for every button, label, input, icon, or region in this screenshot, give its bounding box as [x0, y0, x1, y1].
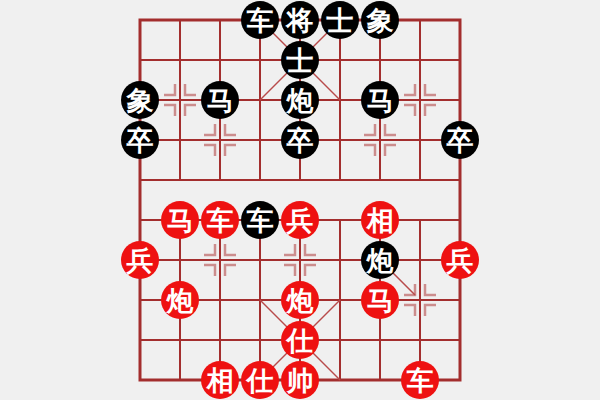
xiangqi-board[interactable]: 车将士象士象马炮马卒卒卒马车车兵相兵炮兵炮炮马仕相仕帅车 [120, 0, 480, 400]
piece-red-elephant[interactable]: 相 [201, 361, 239, 399]
piece-red-rook[interactable]: 车 [201, 201, 239, 239]
xiangqi-app: 车将士象士象马炮马卒卒卒马车车兵相兵炮兵炮炮马仕相仕帅车 [0, 0, 600, 400]
piece-black-advisor[interactable]: 士 [321, 1, 359, 39]
piece-black-horse[interactable]: 马 [361, 81, 399, 119]
piece-red-advisor[interactable]: 仕 [241, 361, 279, 399]
piece-black-rook[interactable]: 车 [241, 1, 279, 39]
piece-black-cannon[interactable]: 炮 [281, 81, 319, 119]
piece-red-horse[interactable]: 马 [361, 281, 399, 319]
piece-black-elephant[interactable]: 象 [121, 81, 159, 119]
piece-red-cannon[interactable]: 炮 [281, 281, 319, 319]
piece-red-rook[interactable]: 车 [401, 361, 439, 399]
piece-black-advisor[interactable]: 士 [281, 41, 319, 79]
piece-red-elephant[interactable]: 相 [361, 201, 399, 239]
piece-black-general[interactable]: 将 [281, 1, 319, 39]
piece-red-soldier[interactable]: 兵 [441, 241, 479, 279]
piece-black-rook[interactable]: 车 [241, 201, 279, 239]
piece-black-soldier[interactable]: 卒 [441, 121, 479, 159]
piece-black-soldier[interactable]: 卒 [281, 121, 319, 159]
piece-black-soldier[interactable]: 卒 [121, 121, 159, 159]
piece-black-horse[interactable]: 马 [201, 81, 239, 119]
piece-red-general[interactable]: 帅 [281, 361, 319, 399]
piece-red-horse[interactable]: 马 [161, 201, 199, 239]
piece-black-cannon[interactable]: 炮 [361, 241, 399, 279]
piece-red-soldier[interactable]: 兵 [121, 241, 159, 279]
piece-red-cannon[interactable]: 炮 [161, 281, 199, 319]
piece-red-advisor[interactable]: 仕 [281, 321, 319, 359]
piece-red-soldier[interactable]: 兵 [281, 201, 319, 239]
piece-black-elephant[interactable]: 象 [361, 1, 399, 39]
